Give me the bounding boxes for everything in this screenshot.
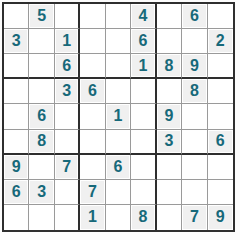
cell-r2c5[interactable] xyxy=(106,29,131,54)
cell-r1c2: 5 xyxy=(29,4,54,29)
cell-value xyxy=(132,105,153,127)
cell-r2c6: 6 xyxy=(131,29,156,54)
cell-r4c5[interactable] xyxy=(106,79,131,104)
cell-r5c4[interactable] xyxy=(80,104,105,129)
cell-value xyxy=(132,131,153,152)
cell-value xyxy=(132,156,153,178)
cell-value: 1 xyxy=(81,206,103,229)
cell-value: 8 xyxy=(30,131,52,152)
cell-r3c5[interactable] xyxy=(106,54,131,79)
cell-r4c4: 6 xyxy=(80,79,105,104)
cell-r9c1[interactable] xyxy=(4,205,29,230)
cell-value xyxy=(209,156,232,178)
cell-value: 9 xyxy=(5,156,27,178)
cell-value xyxy=(158,5,180,27)
cell-value xyxy=(209,181,232,203)
cell-value xyxy=(107,55,129,76)
cell-value xyxy=(81,131,103,152)
cell-r6c5[interactable] xyxy=(106,130,131,155)
cell-value: 6 xyxy=(132,30,153,52)
cell-value xyxy=(81,105,103,127)
cell-r9c4: 1 xyxy=(80,205,105,230)
cell-value xyxy=(30,206,52,229)
cell-r3c3: 6 xyxy=(55,54,80,79)
cell-r1c5[interactable] xyxy=(106,4,131,29)
cell-r9c9: 9 xyxy=(208,205,233,230)
cell-r6c8[interactable] xyxy=(182,130,207,155)
cell-r6c4[interactable] xyxy=(80,130,105,155)
cell-value: 6 xyxy=(56,55,77,76)
cell-value xyxy=(30,80,52,102)
cell-r1c6: 4 xyxy=(131,4,156,29)
cell-r5c1[interactable] xyxy=(4,104,29,129)
cell-value: 7 xyxy=(81,181,103,203)
cell-value xyxy=(107,131,129,152)
cell-r6c9: 6 xyxy=(208,130,233,155)
cell-r9c7[interactable] xyxy=(157,205,182,230)
cell-r6c1[interactable] xyxy=(4,130,29,155)
cell-r7c1: 9 xyxy=(4,155,29,180)
cell-value xyxy=(5,5,27,27)
cell-r5c6[interactable] xyxy=(131,104,156,129)
cell-value xyxy=(56,105,77,127)
cell-r1c8: 6 xyxy=(182,4,207,29)
cell-r1c3[interactable] xyxy=(55,4,80,29)
cell-value xyxy=(158,181,180,203)
cell-r2c8[interactable] xyxy=(182,29,207,54)
cell-value: 6 xyxy=(30,105,52,127)
cell-value xyxy=(209,105,232,127)
cell-r2c9: 2 xyxy=(208,29,233,54)
cell-r7c3: 7 xyxy=(55,155,80,180)
cell-r4c6[interactable] xyxy=(131,79,156,104)
cell-r6c2: 8 xyxy=(29,130,54,155)
cell-value xyxy=(107,181,129,203)
cell-r9c6: 8 xyxy=(131,205,156,230)
cell-value xyxy=(5,80,27,102)
cell-r8c3[interactable] xyxy=(55,180,80,205)
cell-value: 3 xyxy=(158,131,180,152)
cell-r7c5: 6 xyxy=(106,155,131,180)
cell-r8c2: 3 xyxy=(29,180,54,205)
cell-r1c4[interactable] xyxy=(80,4,105,29)
cell-r8c8[interactable] xyxy=(182,180,207,205)
cell-value xyxy=(209,5,232,27)
cell-value xyxy=(5,105,27,127)
cell-r2c1: 3 xyxy=(4,29,29,54)
cell-value xyxy=(132,80,153,102)
cell-value xyxy=(56,206,77,229)
cell-value: 6 xyxy=(81,80,103,102)
cell-value xyxy=(183,30,205,52)
cell-value: 1 xyxy=(132,55,153,76)
cell-r4c3: 3 xyxy=(55,79,80,104)
cell-value: 9 xyxy=(209,206,232,229)
cell-r2c4[interactable] xyxy=(80,29,105,54)
cell-r8c7[interactable] xyxy=(157,180,182,205)
cell-r5c3[interactable] xyxy=(55,104,80,129)
cell-r8c1: 6 xyxy=(4,180,29,205)
cell-value: 1 xyxy=(56,30,77,52)
cell-r3c2[interactable] xyxy=(29,54,54,79)
cell-value xyxy=(81,30,103,52)
cell-value xyxy=(158,80,180,102)
cell-r2c2[interactable] xyxy=(29,29,54,54)
cell-value xyxy=(183,156,205,178)
cell-value xyxy=(132,181,153,203)
cell-r5c2: 6 xyxy=(29,104,54,129)
cell-r1c7[interactable] xyxy=(157,4,182,29)
cell-r5c9[interactable] xyxy=(208,104,233,129)
cell-value xyxy=(209,80,232,102)
cell-value xyxy=(81,156,103,178)
cell-r7c4[interactable] xyxy=(80,155,105,180)
cell-value xyxy=(107,206,129,229)
cell-value: 2 xyxy=(209,30,232,52)
cell-r4c9[interactable] xyxy=(208,79,233,104)
cell-value: 3 xyxy=(5,30,27,52)
cell-r2c7[interactable] xyxy=(157,29,182,54)
cell-value xyxy=(56,5,77,27)
cell-value xyxy=(56,181,77,203)
cell-value xyxy=(158,206,180,229)
cell-r8c9[interactable] xyxy=(208,180,233,205)
cell-value: 6 xyxy=(107,156,129,178)
cell-value xyxy=(30,156,52,178)
cell-value: 8 xyxy=(158,55,180,76)
cell-r7c6[interactable] xyxy=(131,155,156,180)
cell-value xyxy=(107,30,129,52)
cell-r8c4: 7 xyxy=(80,180,105,205)
cell-value: 4 xyxy=(132,5,153,27)
cell-value: 7 xyxy=(56,156,77,178)
cell-value: 6 xyxy=(5,181,27,203)
cell-value xyxy=(81,5,103,27)
cell-value xyxy=(5,131,27,152)
cell-r3c1[interactable] xyxy=(4,54,29,79)
cell-r2c3: 1 xyxy=(55,29,80,54)
cell-r3c7: 8 xyxy=(157,54,182,79)
cell-r1c9[interactable] xyxy=(208,4,233,29)
cell-value: 3 xyxy=(56,80,77,102)
cell-value xyxy=(183,181,205,203)
cell-value xyxy=(81,55,103,76)
cell-r4c2[interactable] xyxy=(29,79,54,104)
cell-r8c5[interactable] xyxy=(106,180,131,205)
cell-value: 5 xyxy=(30,5,52,27)
cell-value xyxy=(5,206,27,229)
cell-r5c5: 1 xyxy=(106,104,131,129)
cell-value xyxy=(183,105,205,127)
cell-r8c6[interactable] xyxy=(131,180,156,205)
cell-value: 6 xyxy=(183,5,205,27)
cell-r3c4[interactable] xyxy=(80,54,105,79)
cell-r9c2[interactable] xyxy=(29,205,54,230)
cell-value: 3 xyxy=(30,181,52,203)
cell-r9c5[interactable] xyxy=(106,205,131,230)
cell-value: 8 xyxy=(132,206,153,229)
cell-value xyxy=(209,55,232,76)
cell-r4c1[interactable] xyxy=(4,79,29,104)
cell-r3c9[interactable] xyxy=(208,54,233,79)
cell-r7c2[interactable] xyxy=(29,155,54,180)
sudoku-board: 546316261893686198369766371879 xyxy=(2,2,235,232)
cell-value xyxy=(107,80,129,102)
cell-r5c8[interactable] xyxy=(182,104,207,129)
cell-value xyxy=(183,131,205,152)
cell-value: 7 xyxy=(183,206,205,229)
cell-value: 1 xyxy=(107,105,129,127)
cell-r4c8: 8 xyxy=(182,79,207,104)
cell-value xyxy=(5,55,27,76)
cell-r7c8[interactable] xyxy=(182,155,207,180)
cell-r1c1[interactable] xyxy=(4,4,29,29)
cell-r6c7: 3 xyxy=(157,130,182,155)
cell-value: 6 xyxy=(209,131,232,152)
cell-value xyxy=(158,30,180,52)
cell-r5c7: 9 xyxy=(157,104,182,129)
cell-value xyxy=(56,131,77,152)
cell-r4c7[interactable] xyxy=(157,79,182,104)
cell-value: 9 xyxy=(183,55,205,76)
cell-value xyxy=(107,5,129,27)
cell-r3c6: 1 xyxy=(131,54,156,79)
cell-r9c8: 7 xyxy=(182,205,207,230)
cell-value xyxy=(30,30,52,52)
cell-value xyxy=(158,156,180,178)
cell-value: 9 xyxy=(158,105,180,127)
cell-r9c3[interactable] xyxy=(55,205,80,230)
cell-r6c6[interactable] xyxy=(131,130,156,155)
cell-r7c9[interactable] xyxy=(208,155,233,180)
cell-value xyxy=(30,55,52,76)
cell-value: 8 xyxy=(183,80,205,102)
cell-r6c3[interactable] xyxy=(55,130,80,155)
cell-r7c7[interactable] xyxy=(157,155,182,180)
cell-r3c8: 9 xyxy=(182,54,207,79)
